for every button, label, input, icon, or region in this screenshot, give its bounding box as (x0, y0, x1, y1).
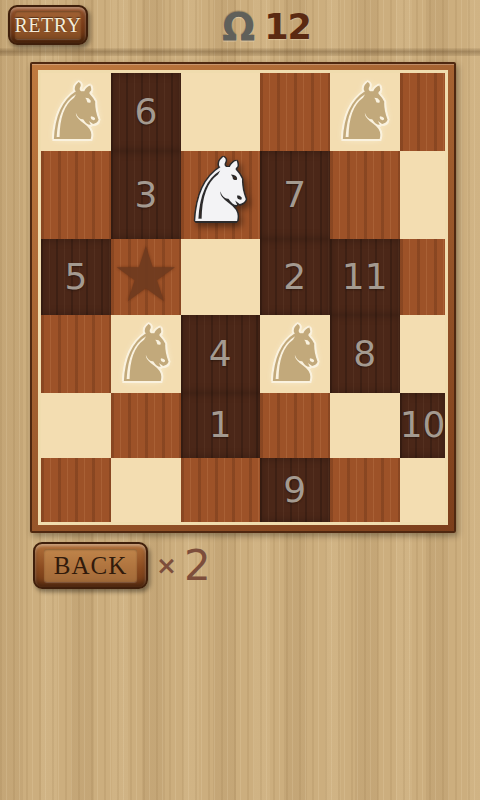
star-icon: ★ (112, 237, 180, 313)
back-button-label: BACK (44, 549, 137, 582)
cell-r4c2[interactable]: ♞ (111, 315, 181, 393)
cell-r2c1[interactable] (41, 151, 111, 239)
cell-r6c2[interactable] (111, 458, 181, 523)
cell-r4c1[interactable] (41, 315, 111, 393)
cell-r3c5[interactable]: 11 (330, 239, 400, 315)
multiply-icon: × (156, 553, 177, 578)
cell-r3c1[interactable]: 5 (41, 239, 111, 315)
retry-button[interactable]: RETRY (8, 5, 88, 45)
cell-r1c5[interactable]: ♞ (330, 73, 400, 151)
target-number: 2 (283, 259, 306, 295)
cell-r4c4[interactable]: ♞ (260, 315, 330, 393)
cell-r5c2[interactable] (111, 393, 181, 458)
cell-r2c4[interactable]: 7 (260, 151, 330, 239)
cell-r3c2[interactable]: ★ (111, 239, 181, 315)
target-number: 4 (209, 336, 232, 372)
cell-r5c4[interactable] (260, 393, 330, 458)
cell-r2c3[interactable]: ♞ (181, 151, 260, 239)
cell-r4c5[interactable]: 8 (330, 315, 400, 393)
cell-r6c1[interactable] (41, 458, 111, 523)
cell-r3c4[interactable]: 2 (260, 239, 330, 315)
target-number: 11 (342, 259, 388, 295)
target-number: 8 (353, 336, 376, 372)
moves-counter: Ω 12 (222, 4, 311, 50)
target-number: 9 (283, 472, 306, 508)
white-knight-piece: ♞ (181, 147, 260, 235)
cell-r4c3[interactable]: 4 (181, 315, 260, 393)
board-grid: ♞6♞3♞75★211♞4♞81109 (38, 70, 448, 525)
cell-r4c6[interactable] (400, 315, 446, 393)
cell-r6c6[interactable] (400, 458, 446, 523)
retry-button-label: RETRY (15, 11, 81, 39)
back-count-value: 2 (184, 545, 211, 587)
target-number: 10 (400, 407, 446, 443)
cell-r5c5[interactable] (330, 393, 400, 458)
cell-r1c1[interactable]: ♞ (41, 73, 111, 151)
cell-r1c4[interactable] (260, 73, 330, 151)
target-number: 5 (65, 259, 88, 295)
back-button[interactable]: BACK (33, 542, 148, 589)
target-number: 3 (134, 177, 157, 213)
cell-r2c5[interactable] (330, 151, 400, 239)
board-frame: ♞6♞3♞75★211♞4♞81109 (30, 62, 456, 533)
moves-count: 12 (264, 10, 311, 45)
cell-r5c3[interactable]: 1 (181, 393, 260, 458)
ghost-knight-icon: ♞ (260, 315, 330, 393)
cell-r2c2[interactable]: 3 (111, 151, 181, 239)
cell-r3c6[interactable] (400, 239, 446, 315)
cell-r1c2[interactable]: 6 (111, 73, 181, 151)
ghost-knight-icon: ♞ (330, 73, 400, 151)
cell-r5c1[interactable] (41, 393, 111, 458)
cell-r6c4[interactable]: 9 (260, 458, 330, 523)
target-number: 6 (134, 94, 157, 130)
horseshoe-icon: Ω (222, 8, 255, 47)
cell-r6c5[interactable] (330, 458, 400, 523)
ghost-knight-icon: ♞ (41, 73, 111, 151)
cell-r6c3[interactable] (181, 458, 260, 523)
game-screen: RETRY Ω 12 ♞6♞3♞75★211♞4♞81109 BACK × 2 (0, 0, 480, 800)
ghost-knight-icon: ♞ (111, 315, 181, 393)
cell-r3c3[interactable] (181, 239, 260, 315)
cell-r2c6[interactable] (400, 151, 446, 239)
cell-r5c6[interactable]: 10 (400, 393, 446, 458)
back-count: × 2 (156, 542, 211, 589)
target-number: 1 (209, 407, 232, 443)
cell-r1c6[interactable] (400, 73, 446, 151)
target-number: 7 (283, 177, 306, 213)
